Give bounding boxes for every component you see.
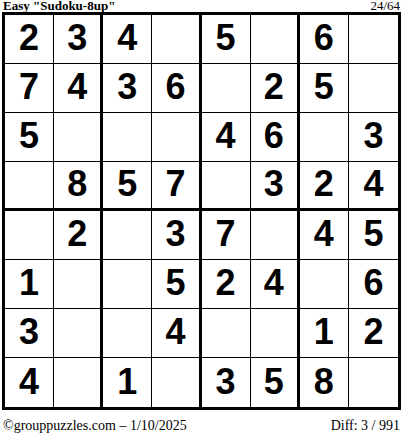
cell-r4c2[interactable]: 8	[54, 162, 103, 211]
cell-r8c7[interactable]: 8	[300, 358, 349, 407]
cell-r6c1[interactable]: 1	[5, 260, 54, 309]
cell-r3c4[interactable]	[152, 113, 201, 162]
cell-r7c3[interactable]	[103, 309, 152, 358]
cell-r2c3[interactable]: 3	[103, 64, 152, 113]
cell-r6c2[interactable]	[54, 260, 103, 309]
cell-r2c4[interactable]: 6	[152, 64, 201, 113]
cell-r2c6[interactable]: 2	[251, 64, 300, 113]
cell-r6c6[interactable]: 4	[251, 260, 300, 309]
cell-r3c3[interactable]	[103, 113, 152, 162]
cell-r7c1[interactable]: 3	[5, 309, 54, 358]
cell-r4c3[interactable]: 5	[103, 162, 152, 211]
cell-r6c4[interactable]: 5	[152, 260, 201, 309]
cell-r2c8[interactable]	[349, 64, 398, 113]
cell-r5c5[interactable]: 7	[202, 211, 251, 260]
cell-r8c3[interactable]: 1	[103, 358, 152, 407]
cell-r6c8[interactable]: 6	[349, 260, 398, 309]
cell-r2c7[interactable]: 5	[300, 64, 349, 113]
cell-r3c6[interactable]: 6	[251, 113, 300, 162]
page: Easy "Sudoku-8up" 24/64 2345674362554638…	[0, 0, 403, 437]
footer-copyright: ©grouppuzzles.com – 1/10/2025	[3, 418, 187, 433]
puzzle-counter: 24/64	[370, 0, 400, 12]
cell-r1c4[interactable]	[152, 15, 201, 64]
cell-r3c8[interactable]: 3	[349, 113, 398, 162]
cell-r8c2[interactable]	[54, 358, 103, 407]
cell-r8c5[interactable]: 3	[202, 358, 251, 407]
cell-r7c5[interactable]	[202, 309, 251, 358]
cell-r1c2[interactable]: 3	[54, 15, 103, 64]
cell-r3c5[interactable]: 4	[202, 113, 251, 162]
cell-r7c7[interactable]: 1	[300, 309, 349, 358]
cell-r3c1[interactable]: 5	[5, 113, 54, 162]
cell-r2c5[interactable]	[202, 64, 251, 113]
cell-r1c6[interactable]	[251, 15, 300, 64]
cell-r1c8[interactable]	[349, 15, 398, 64]
cell-r4c5[interactable]	[202, 162, 251, 211]
cell-r4c6[interactable]: 3	[251, 162, 300, 211]
cell-r6c3[interactable]	[103, 260, 152, 309]
cell-r1c7[interactable]: 6	[300, 15, 349, 64]
cell-r8c1[interactable]: 4	[5, 358, 54, 407]
cell-r7c6[interactable]	[251, 309, 300, 358]
cell-r5c7[interactable]: 4	[300, 211, 349, 260]
cell-r4c1[interactable]	[5, 162, 54, 211]
cell-r1c5[interactable]: 5	[202, 15, 251, 64]
cell-r8c4[interactable]	[152, 358, 201, 407]
cell-r6c7[interactable]	[300, 260, 349, 309]
puzzle-title: Easy "Sudoku-8up"	[3, 0, 115, 12]
cell-r5c6[interactable]	[251, 211, 300, 260]
cell-r1c1[interactable]: 2	[5, 15, 54, 64]
cell-r4c8[interactable]: 4	[349, 162, 398, 211]
cell-r8c6[interactable]: 5	[251, 358, 300, 407]
cell-r1c3[interactable]: 4	[103, 15, 152, 64]
cell-r3c2[interactable]	[54, 113, 103, 162]
cell-r4c4[interactable]: 7	[152, 162, 201, 211]
cell-r5c2[interactable]: 2	[54, 211, 103, 260]
cell-r2c2[interactable]: 4	[54, 64, 103, 113]
cell-r5c8[interactable]: 5	[349, 211, 398, 260]
cell-r5c1[interactable]	[5, 211, 54, 260]
cell-r4c7[interactable]: 2	[300, 162, 349, 211]
cell-r7c4[interactable]: 4	[152, 309, 201, 358]
cell-r5c3[interactable]	[103, 211, 152, 260]
footer-difficulty: Diff: 3 / 991	[331, 418, 400, 433]
cell-r2c1[interactable]: 7	[5, 64, 54, 113]
cell-r7c2[interactable]	[54, 309, 103, 358]
cell-r5c4[interactable]: 3	[152, 211, 201, 260]
sudoku-board: 2345674362554638573242374515246341241358	[2, 12, 401, 410]
cell-r3c7[interactable]	[300, 113, 349, 162]
cell-r6c5[interactable]: 2	[202, 260, 251, 309]
cell-r8c8[interactable]	[349, 358, 398, 407]
cell-r7c8[interactable]: 2	[349, 309, 398, 358]
